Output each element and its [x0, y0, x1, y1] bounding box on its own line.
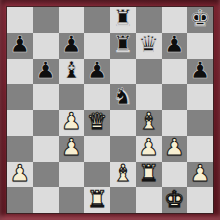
square-h4[interactable] [187, 110, 213, 136]
square-f5[interactable] [136, 84, 162, 110]
black-pawn[interactable]: ♟ [190, 59, 211, 82]
square-d1[interactable]: ♜ [84, 187, 110, 213]
black-pawn[interactable]: ♟ [164, 33, 185, 56]
square-d2[interactable] [84, 162, 110, 188]
chess-board: ♜♚♟♟♜♛♟♟♝♟♟♞♟♛♝♟♟♟♟♝♜♟♜♚ [7, 7, 213, 213]
square-f7[interactable]: ♛ [136, 33, 162, 59]
square-g5[interactable] [162, 84, 188, 110]
square-a8[interactable] [7, 7, 33, 33]
black-pawn[interactable]: ♟ [61, 33, 82, 56]
square-g3[interactable]: ♟ [162, 136, 188, 162]
square-b8[interactable] [33, 7, 59, 33]
square-g4[interactable] [162, 110, 188, 136]
square-b1[interactable] [33, 187, 59, 213]
square-a5[interactable] [7, 84, 33, 110]
square-g2[interactable] [162, 162, 188, 188]
square-c4[interactable]: ♟ [59, 110, 85, 136]
square-c7[interactable]: ♟ [59, 33, 85, 59]
square-h1[interactable] [187, 187, 213, 213]
black-king[interactable]: ♚ [190, 7, 211, 30]
square-a6[interactable] [7, 59, 33, 85]
square-b5[interactable] [33, 84, 59, 110]
white-pawn[interactable]: ♟ [138, 136, 159, 159]
square-b7[interactable] [33, 33, 59, 59]
black-bishop[interactable]: ♝ [61, 59, 82, 82]
square-h8[interactable]: ♚ [187, 7, 213, 33]
white-pawn[interactable]: ♟ [190, 162, 211, 185]
square-h5[interactable] [187, 84, 213, 110]
square-d4[interactable]: ♛ [84, 110, 110, 136]
square-h2[interactable]: ♟ [187, 162, 213, 188]
square-d6[interactable]: ♟ [84, 59, 110, 85]
white-queen[interactable]: ♛ [87, 110, 108, 133]
square-e7[interactable]: ♜ [110, 33, 136, 59]
square-a1[interactable] [7, 187, 33, 213]
square-b6[interactable]: ♟ [33, 59, 59, 85]
white-bishop[interactable]: ♝ [113, 162, 134, 185]
white-pawn[interactable]: ♟ [61, 110, 82, 133]
square-g6[interactable] [162, 59, 188, 85]
square-c6[interactable]: ♝ [59, 59, 85, 85]
white-bishop[interactable]: ♝ [138, 110, 159, 133]
square-c2[interactable] [59, 162, 85, 188]
square-f1[interactable] [136, 187, 162, 213]
square-e6[interactable] [110, 59, 136, 85]
square-d8[interactable] [84, 7, 110, 33]
square-a4[interactable] [7, 110, 33, 136]
square-c5[interactable] [59, 84, 85, 110]
white-pawn[interactable]: ♟ [10, 162, 31, 185]
square-a2[interactable]: ♟ [7, 162, 33, 188]
square-e4[interactable] [110, 110, 136, 136]
white-king[interactable]: ♚ [164, 188, 185, 211]
square-d7[interactable] [84, 33, 110, 59]
square-f4[interactable]: ♝ [136, 110, 162, 136]
board-frame: ♜♚♟♟♜♛♟♟♝♟♟♞♟♛♝♟♟♟♟♝♜♟♜♚ [0, 0, 220, 220]
square-f8[interactable] [136, 7, 162, 33]
black-pawn[interactable]: ♟ [87, 59, 108, 82]
black-pawn[interactable]: ♟ [10, 33, 31, 56]
square-e8[interactable]: ♜ [110, 7, 136, 33]
square-b2[interactable] [33, 162, 59, 188]
square-g8[interactable] [162, 7, 188, 33]
white-rook[interactable]: ♜ [138, 162, 159, 185]
square-h6[interactable]: ♟ [187, 59, 213, 85]
square-f6[interactable] [136, 59, 162, 85]
square-e5[interactable]: ♞ [110, 84, 136, 110]
square-a7[interactable]: ♟ [7, 33, 33, 59]
square-c8[interactable] [59, 7, 85, 33]
black-knight[interactable]: ♞ [113, 85, 134, 108]
square-h3[interactable] [187, 136, 213, 162]
square-e2[interactable]: ♝ [110, 162, 136, 188]
black-rook[interactable]: ♜ [113, 7, 134, 30]
square-b4[interactable] [33, 110, 59, 136]
square-b3[interactable] [33, 136, 59, 162]
square-c3[interactable]: ♟ [59, 136, 85, 162]
square-f2[interactable]: ♜ [136, 162, 162, 188]
square-e1[interactable] [110, 187, 136, 213]
square-d3[interactable] [84, 136, 110, 162]
square-h7[interactable] [187, 33, 213, 59]
black-pawn[interactable]: ♟ [35, 59, 56, 82]
square-c1[interactable] [59, 187, 85, 213]
black-rook[interactable]: ♜ [113, 33, 134, 56]
white-pawn[interactable]: ♟ [164, 136, 185, 159]
square-a3[interactable] [7, 136, 33, 162]
square-f3[interactable]: ♟ [136, 136, 162, 162]
black-queen[interactable]: ♛ [138, 33, 159, 56]
square-e3[interactable] [110, 136, 136, 162]
square-g1[interactable]: ♚ [162, 187, 188, 213]
square-d5[interactable] [84, 84, 110, 110]
white-pawn[interactable]: ♟ [61, 136, 82, 159]
white-rook[interactable]: ♜ [87, 188, 108, 211]
square-g7[interactable]: ♟ [162, 33, 188, 59]
